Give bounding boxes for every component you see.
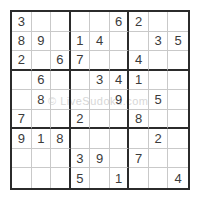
- cell-r8c5[interactable]: 9: [90, 149, 110, 169]
- cell-r8c4[interactable]: 3: [71, 149, 91, 169]
- cell-r9c6[interactable]: 1: [110, 168, 130, 188]
- sudoku-board-container: © LiveSudoku.com 36289143526746341895728…: [10, 10, 190, 190]
- cell-r5c3[interactable]: [51, 90, 71, 110]
- cell-r2c4[interactable]: 1: [71, 32, 91, 52]
- cell-r6c6[interactable]: [110, 110, 130, 130]
- cell-r7c2[interactable]: 1: [32, 129, 52, 149]
- cell-r7c7[interactable]: [129, 129, 149, 149]
- cell-r5c8[interactable]: 5: [149, 90, 169, 110]
- cell-r3c7[interactable]: 4: [129, 51, 149, 71]
- cell-r8c6[interactable]: [110, 149, 130, 169]
- cell-r4c5[interactable]: 3: [90, 71, 110, 91]
- cell-r7c9[interactable]: [168, 129, 188, 149]
- cell-r6c4[interactable]: 2: [71, 110, 91, 130]
- cell-r1c8[interactable]: [149, 12, 169, 32]
- cell-r8c3[interactable]: [51, 149, 71, 169]
- cell-r9c2[interactable]: [32, 168, 52, 188]
- cell-r7c5[interactable]: [90, 129, 110, 149]
- cell-r5c1[interactable]: [12, 90, 32, 110]
- cell-r8c2[interactable]: [32, 149, 52, 169]
- cell-r8c8[interactable]: [149, 149, 169, 169]
- cell-r6c3[interactable]: [51, 110, 71, 130]
- cell-r1c6[interactable]: 6: [110, 12, 130, 32]
- cell-r3c8[interactable]: [149, 51, 169, 71]
- cell-r8c1[interactable]: [12, 149, 32, 169]
- sudoku-grid: © LiveSudoku.com 36289143526746341895728…: [10, 10, 190, 190]
- cell-r9c4[interactable]: 5: [71, 168, 91, 188]
- cell-r5c4[interactable]: [71, 90, 91, 110]
- cell-r4c2[interactable]: 6: [32, 71, 52, 91]
- cell-r2c7[interactable]: [129, 32, 149, 52]
- cell-r9c1[interactable]: [12, 168, 32, 188]
- cell-r5c9[interactable]: [168, 90, 188, 110]
- cell-r7c6[interactable]: [110, 129, 130, 149]
- cell-r1c3[interactable]: [51, 12, 71, 32]
- cell-r4c6[interactable]: 4: [110, 71, 130, 91]
- cell-r6c9[interactable]: [168, 110, 188, 130]
- cell-r2c8[interactable]: 3: [149, 32, 169, 52]
- cell-r3c1[interactable]: 2: [12, 51, 32, 71]
- cell-r7c4[interactable]: [71, 129, 91, 149]
- cell-r8c9[interactable]: [168, 149, 188, 169]
- cell-r3c5[interactable]: [90, 51, 110, 71]
- cell-r1c7[interactable]: 2: [129, 12, 149, 32]
- cell-r4c9[interactable]: [168, 71, 188, 91]
- cell-r2c9[interactable]: 5: [168, 32, 188, 52]
- cell-r6c7[interactable]: 8: [129, 110, 149, 130]
- cell-r6c1[interactable]: 7: [12, 110, 32, 130]
- cell-r6c5[interactable]: [90, 110, 110, 130]
- cell-r5c6[interactable]: 9: [110, 90, 130, 110]
- cell-r1c1[interactable]: 3: [12, 12, 32, 32]
- cell-r1c4[interactable]: [71, 12, 91, 32]
- cell-r9c3[interactable]: [51, 168, 71, 188]
- cell-r9c9[interactable]: 4: [168, 168, 188, 188]
- cell-r6c2[interactable]: [32, 110, 52, 130]
- cell-r3c4[interactable]: 7: [71, 51, 91, 71]
- cell-r4c1[interactable]: [12, 71, 32, 91]
- cell-r2c2[interactable]: 9: [32, 32, 52, 52]
- cell-r6c8[interactable]: [149, 110, 169, 130]
- cell-r4c4[interactable]: [71, 71, 91, 91]
- cell-r9c8[interactable]: [149, 168, 169, 188]
- cell-r1c5[interactable]: [90, 12, 110, 32]
- cell-r2c1[interactable]: 8: [12, 32, 32, 52]
- cell-r5c2[interactable]: 8: [32, 90, 52, 110]
- cell-r2c3[interactable]: [51, 32, 71, 52]
- cell-r3c9[interactable]: [168, 51, 188, 71]
- cell-r4c7[interactable]: 1: [129, 71, 149, 91]
- cell-r3c6[interactable]: [110, 51, 130, 71]
- cell-r7c1[interactable]: 9: [12, 129, 32, 149]
- cell-r9c5[interactable]: [90, 168, 110, 188]
- cell-r1c9[interactable]: [168, 12, 188, 32]
- cell-r4c3[interactable]: [51, 71, 71, 91]
- cell-r3c2[interactable]: [32, 51, 52, 71]
- cell-r7c3[interactable]: 8: [51, 129, 71, 149]
- cell-r5c7[interactable]: [129, 90, 149, 110]
- cell-r9c7[interactable]: [129, 168, 149, 188]
- cell-r8c7[interactable]: 7: [129, 149, 149, 169]
- cell-r3c3[interactable]: 6: [51, 51, 71, 71]
- cell-r2c5[interactable]: 4: [90, 32, 110, 52]
- cell-r1c2[interactable]: [32, 12, 52, 32]
- cell-r5c5[interactable]: [90, 90, 110, 110]
- cell-r7c8[interactable]: 2: [149, 129, 169, 149]
- cell-r4c8[interactable]: [149, 71, 169, 91]
- cell-r2c6[interactable]: [110, 32, 130, 52]
